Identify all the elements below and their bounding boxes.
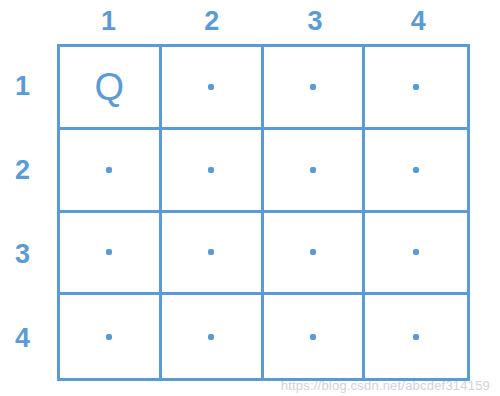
- empty-cell-dot: [413, 249, 419, 255]
- empty-cell-dot: [208, 249, 214, 255]
- empty-cell-dot: [310, 334, 316, 340]
- board-cell-r4c2: [162, 295, 264, 378]
- row-label-1: 1: [0, 44, 57, 128]
- board-cell-r1c3: [264, 47, 366, 130]
- board-cell-r2c1: [60, 130, 162, 213]
- empty-cell-dot: [413, 84, 419, 90]
- board-cell-r1c4: [365, 47, 467, 130]
- board-cell-r3c2: [162, 213, 264, 296]
- board-cell-r2c3: [264, 130, 366, 213]
- board-cell-r1c2: [162, 47, 264, 130]
- board-cell-r3c4: [365, 213, 467, 296]
- empty-cell-dot: [208, 167, 214, 173]
- column-label-4: 4: [367, 0, 470, 42]
- empty-cell-dot: [208, 84, 214, 90]
- board-cell-r4c4: [365, 295, 467, 378]
- row-labels: 1 2 3 4: [0, 44, 57, 381]
- puzzle-board: Q: [57, 44, 470, 381]
- column-label-1: 1: [57, 0, 160, 42]
- column-label-2: 2: [160, 0, 263, 42]
- empty-cell-dot: [310, 249, 316, 255]
- empty-cell-dot: [413, 334, 419, 340]
- row-label-2: 2: [0, 128, 57, 212]
- board-cell-r3c3: [264, 213, 366, 296]
- board-cell-r3c1: [60, 213, 162, 296]
- four-queens-diagram: 1 2 3 4 1 2 3 4 Q https://blog.csdn.net/…: [0, 0, 500, 396]
- row-label-3: 3: [0, 213, 57, 297]
- empty-cell-dot: [310, 167, 316, 173]
- board-cell-r4c3: [264, 295, 366, 378]
- empty-cell-dot: [106, 249, 112, 255]
- board-cell-r2c2: [162, 130, 264, 213]
- empty-cell-dot: [106, 334, 112, 340]
- board-cell-r1c1: Q: [60, 47, 162, 130]
- board-cell-r4c1: [60, 295, 162, 378]
- queen-glyph: Q: [95, 68, 125, 106]
- empty-cell-dot: [106, 167, 112, 173]
- empty-cell-dot: [208, 334, 214, 340]
- empty-cell-dot: [310, 84, 316, 90]
- column-label-3: 3: [264, 0, 367, 42]
- watermark-url: https://blog.csdn.net/abcdef314159: [281, 378, 490, 393]
- board-cell-r2c4: [365, 130, 467, 213]
- column-labels: 1 2 3 4: [57, 0, 470, 42]
- row-label-4: 4: [0, 297, 57, 381]
- empty-cell-dot: [413, 167, 419, 173]
